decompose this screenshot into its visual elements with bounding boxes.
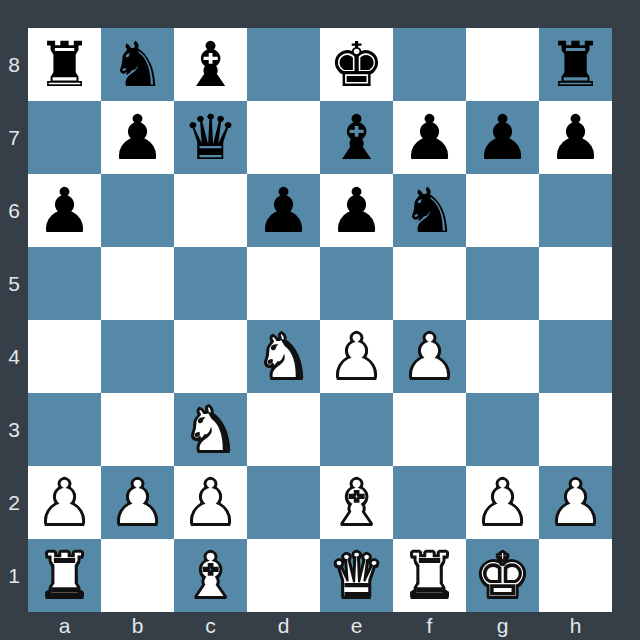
- square-b2[interactable]: ♟: [101, 466, 174, 539]
- square-c5[interactable]: [174, 247, 247, 320]
- rank-label-1: 1: [0, 539, 28, 612]
- piece-black-bishop[interactable]: ♝: [329, 101, 385, 174]
- piece-white-rook[interactable]: ♜: [402, 539, 458, 612]
- square-g3[interactable]: [466, 393, 539, 466]
- square-h6[interactable]: [539, 174, 612, 247]
- square-c1[interactable]: ♝: [174, 539, 247, 612]
- square-b8[interactable]: ♞: [101, 28, 174, 101]
- piece-black-knight[interactable]: ♞: [402, 174, 458, 247]
- square-f1[interactable]: ♜: [393, 539, 466, 612]
- file-label-d: d: [247, 612, 320, 640]
- square-b5[interactable]: [101, 247, 174, 320]
- file-labels: abcdefgh: [28, 612, 612, 640]
- piece-black-rook[interactable]: ♜: [548, 28, 604, 101]
- square-d1[interactable]: [247, 539, 320, 612]
- square-e4[interactable]: ♟: [320, 320, 393, 393]
- square-h7[interactable]: ♟: [539, 101, 612, 174]
- square-c4[interactable]: [174, 320, 247, 393]
- square-e3[interactable]: [320, 393, 393, 466]
- square-f8[interactable]: [393, 28, 466, 101]
- square-f5[interactable]: [393, 247, 466, 320]
- file-label-g: g: [466, 612, 539, 640]
- square-g2[interactable]: ♟: [466, 466, 539, 539]
- square-h2[interactable]: ♟: [539, 466, 612, 539]
- piece-black-pawn[interactable]: ♟: [256, 174, 312, 247]
- piece-black-knight[interactable]: ♞: [110, 28, 166, 101]
- piece-black-pawn[interactable]: ♟: [329, 174, 385, 247]
- piece-white-queen[interactable]: ♛: [329, 539, 385, 612]
- square-e5[interactable]: [320, 247, 393, 320]
- square-a6[interactable]: ♟: [28, 174, 101, 247]
- square-e6[interactable]: ♟: [320, 174, 393, 247]
- square-g1[interactable]: ♚: [466, 539, 539, 612]
- square-d6[interactable]: ♟: [247, 174, 320, 247]
- square-a1[interactable]: ♜: [28, 539, 101, 612]
- square-a3[interactable]: [28, 393, 101, 466]
- square-c3[interactable]: ♞: [174, 393, 247, 466]
- square-b4[interactable]: [101, 320, 174, 393]
- square-h8[interactable]: ♜: [539, 28, 612, 101]
- piece-black-pawn[interactable]: ♟: [402, 101, 458, 174]
- square-f6[interactable]: ♞: [393, 174, 466, 247]
- rank-label-4: 4: [0, 320, 28, 393]
- piece-white-rook[interactable]: ♜: [37, 539, 93, 612]
- square-e8[interactable]: ♚: [320, 28, 393, 101]
- piece-black-queen[interactable]: ♛: [183, 101, 239, 174]
- file-label-h: h: [539, 612, 612, 640]
- rank-label-2: 2: [0, 466, 28, 539]
- rank-label-6: 6: [0, 174, 28, 247]
- piece-white-knight[interactable]: ♞: [256, 320, 312, 393]
- square-f3[interactable]: [393, 393, 466, 466]
- square-e1[interactable]: ♛: [320, 539, 393, 612]
- square-h5[interactable]: [539, 247, 612, 320]
- piece-white-pawn[interactable]: ♟: [37, 466, 93, 539]
- piece-black-pawn[interactable]: ♟: [548, 101, 604, 174]
- square-b3[interactable]: [101, 393, 174, 466]
- square-d8[interactable]: [247, 28, 320, 101]
- square-g5[interactable]: [466, 247, 539, 320]
- piece-black-pawn[interactable]: ♟: [110, 101, 166, 174]
- square-c8[interactable]: ♝: [174, 28, 247, 101]
- piece-black-king[interactable]: ♚: [329, 28, 385, 101]
- square-b1[interactable]: [101, 539, 174, 612]
- square-h3[interactable]: [539, 393, 612, 466]
- square-g7[interactable]: ♟: [466, 101, 539, 174]
- square-c2[interactable]: ♟: [174, 466, 247, 539]
- square-a7[interactable]: [28, 101, 101, 174]
- piece-black-bishop[interactable]: ♝: [183, 28, 239, 101]
- square-a5[interactable]: [28, 247, 101, 320]
- piece-white-pawn[interactable]: ♟: [110, 466, 166, 539]
- piece-white-bishop[interactable]: ♝: [329, 466, 385, 539]
- square-d4[interactable]: ♞: [247, 320, 320, 393]
- square-e2[interactable]: ♝: [320, 466, 393, 539]
- square-c7[interactable]: ♛: [174, 101, 247, 174]
- square-g8[interactable]: [466, 28, 539, 101]
- square-e7[interactable]: ♝: [320, 101, 393, 174]
- file-label-a: a: [28, 612, 101, 640]
- square-d7[interactable]: [247, 101, 320, 174]
- piece-white-king[interactable]: ♚: [475, 539, 531, 612]
- square-d2[interactable]: [247, 466, 320, 539]
- piece-white-bishop[interactable]: ♝: [183, 539, 239, 612]
- piece-black-rook[interactable]: ♜: [37, 28, 93, 101]
- file-label-f: f: [393, 612, 466, 640]
- square-g4[interactable]: [466, 320, 539, 393]
- piece-white-pawn[interactable]: ♟: [475, 466, 531, 539]
- piece-white-pawn[interactable]: ♟: [329, 320, 385, 393]
- rank-label-5: 5: [0, 247, 28, 320]
- square-d5[interactable]: [247, 247, 320, 320]
- piece-black-pawn[interactable]: ♟: [37, 174, 93, 247]
- piece-white-pawn[interactable]: ♟: [183, 466, 239, 539]
- square-a2[interactable]: ♟: [28, 466, 101, 539]
- square-f4[interactable]: ♟: [393, 320, 466, 393]
- file-label-e: e: [320, 612, 393, 640]
- square-f2[interactable]: [393, 466, 466, 539]
- square-a8[interactable]: ♜: [28, 28, 101, 101]
- piece-white-knight[interactable]: ♞: [183, 393, 239, 466]
- square-c6[interactable]: [174, 174, 247, 247]
- square-d3[interactable]: [247, 393, 320, 466]
- chess-board: ♜♞♝♚♜♟♛♝♟♟♟♟♟♟♞♞♟♟♞♟♟♟♝♟♟♜♝♛♜♚: [28, 28, 612, 612]
- rank-label-3: 3: [0, 393, 28, 466]
- rank-label-8: 8: [0, 28, 28, 101]
- rank-label-7: 7: [0, 101, 28, 174]
- file-label-b: b: [101, 612, 174, 640]
- square-h1[interactable]: [539, 539, 612, 612]
- piece-white-pawn[interactable]: ♟: [402, 320, 458, 393]
- square-a4[interactable]: [28, 320, 101, 393]
- rank-labels: 87654321: [0, 28, 28, 612]
- square-g6[interactable]: [466, 174, 539, 247]
- board-background: { "game": "chess", "position": { "fen": …: [0, 0, 640, 640]
- file-label-c: c: [174, 612, 247, 640]
- square-b6[interactable]: [101, 174, 174, 247]
- square-f7[interactable]: ♟: [393, 101, 466, 174]
- piece-black-pawn[interactable]: ♟: [475, 101, 531, 174]
- square-b7[interactable]: ♟: [101, 101, 174, 174]
- piece-white-pawn[interactable]: ♟: [548, 466, 604, 539]
- square-h4[interactable]: [539, 320, 612, 393]
